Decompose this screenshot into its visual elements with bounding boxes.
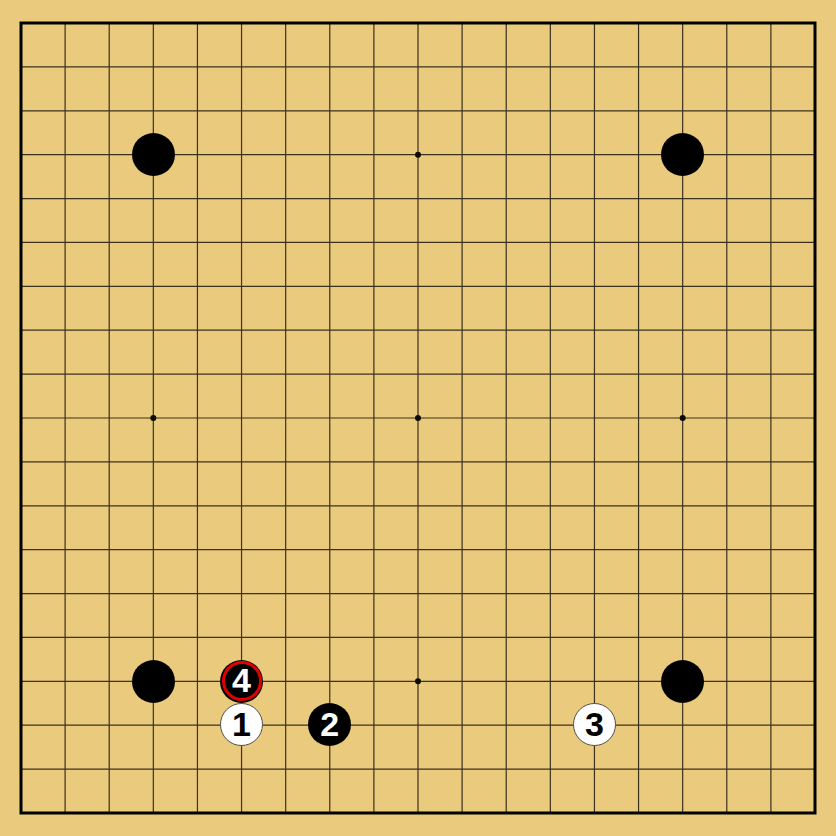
- stone-white-move-1[interactable]: 1: [220, 703, 263, 746]
- stone-black-move-2[interactable]: 2: [308, 703, 351, 746]
- stone-number: 1: [232, 707, 251, 741]
- stone-black[interactable]: [661, 660, 704, 703]
- stone-number: 3: [585, 707, 604, 741]
- stone-black[interactable]: [661, 133, 704, 176]
- stone-number: 4: [232, 663, 251, 697]
- stone-black[interactable]: [132, 660, 175, 703]
- stone-white-move-3[interactable]: 3: [573, 703, 616, 746]
- stone-black-move-4[interactable]: 4: [220, 660, 263, 703]
- board-intersections[interactable]: 1234: [0, 1, 836, 835]
- stone-black[interactable]: [132, 133, 175, 176]
- go-diagram: 1234: [0, 0, 836, 836]
- stone-number: 2: [320, 707, 339, 741]
